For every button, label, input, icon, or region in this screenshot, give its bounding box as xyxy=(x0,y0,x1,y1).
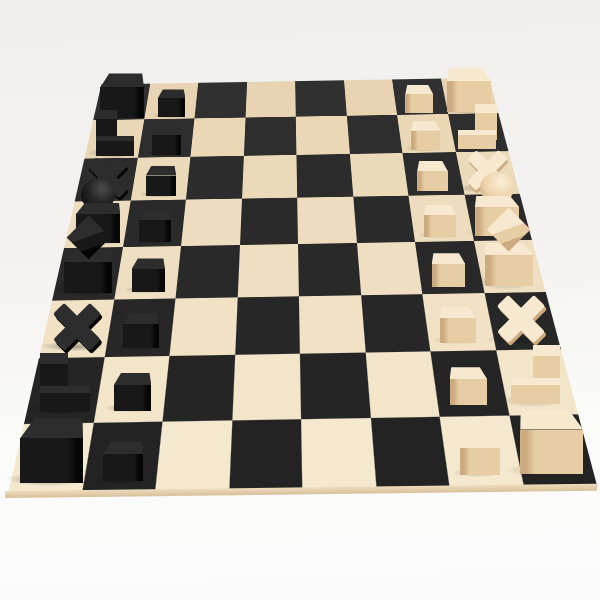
white-rook-h1 xyxy=(520,410,583,474)
black-pawn-g7 xyxy=(114,373,152,411)
white-pawn-e2 xyxy=(432,253,466,287)
black-pawn-c7 xyxy=(146,166,176,196)
white-knight-b1 xyxy=(458,104,496,150)
white-pawn-d2 xyxy=(424,205,456,237)
white-pawn-h2 xyxy=(460,435,500,475)
black-knight-b8 xyxy=(96,110,134,156)
white-pawn-b2 xyxy=(411,121,440,150)
white-pawn-c2 xyxy=(417,161,447,191)
scene xyxy=(0,0,600,600)
white-king-e1 xyxy=(485,211,533,286)
black-king-e8 xyxy=(64,218,112,293)
black-rook-h8 xyxy=(20,418,83,482)
pieces-layer xyxy=(0,0,600,600)
white-bishop-f1 xyxy=(495,296,547,342)
black-pawn-a7 xyxy=(158,89,186,117)
white-pawn-a2 xyxy=(405,85,433,113)
black-pawn-e7 xyxy=(132,258,166,292)
black-pawn-b7 xyxy=(152,126,181,155)
black-knight-g8 xyxy=(40,353,90,412)
black-bishop-f8 xyxy=(51,304,103,350)
white-pawn-f2 xyxy=(440,307,476,343)
black-pawn-h7 xyxy=(103,441,143,481)
white-pawn-g2 xyxy=(450,367,488,405)
black-pawn-d7 xyxy=(139,210,171,242)
white-knight-g1 xyxy=(511,345,561,404)
black-pawn-f7 xyxy=(123,313,159,349)
